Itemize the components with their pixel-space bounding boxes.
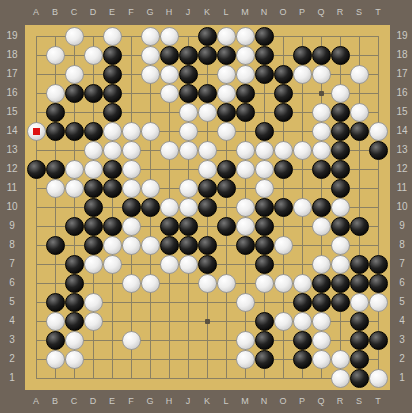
black-stone-L18 [217,46,236,65]
coordinate-label-top-G: G [143,6,157,18]
black-stone-J9 [179,217,198,236]
black-stone-P3 [293,331,312,350]
white-stone-D13 [84,141,103,160]
black-stone-S4 [350,312,369,331]
black-stone-R11 [331,179,350,198]
white-stone-M12 [236,160,255,179]
white-stone-L14 [217,122,236,141]
coordinate-label-right-17: 17 [392,68,412,80]
black-stone-B8 [46,236,65,255]
black-stone-K16 [198,84,217,103]
white-stone-F12 [122,160,141,179]
white-stone-Q9 [312,217,331,236]
coordinate-label-bottom-J: J [181,395,195,407]
white-stone-H13 [160,141,179,160]
black-stone-O15 [274,103,293,122]
black-stone-H8 [160,236,179,255]
black-stone-L9 [217,217,236,236]
coordinate-label-top-T: T [371,6,385,18]
black-stone-A12 [27,160,46,179]
coordinate-label-left-16: 16 [1,87,23,99]
black-stone-R9 [331,217,350,236]
black-stone-S9 [350,217,369,236]
white-stone-M17 [236,65,255,84]
coordinate-label-top-D: D [86,6,100,18]
coordinate-label-bottom-S: S [352,395,366,407]
white-stone-K13 [198,141,217,160]
white-stone-J11 [179,179,198,198]
white-stone-S15 [350,103,369,122]
coordinate-label-left-11: 11 [1,182,23,194]
black-stone-L15 [217,103,236,122]
white-stone-D12 [84,160,103,179]
coordinate-label-bottom-L: L [219,395,233,407]
black-stone-J17 [179,65,198,84]
black-stone-D16 [84,84,103,103]
black-stone-K8 [198,236,217,255]
white-stone-G19 [141,27,160,46]
white-stone-K15 [198,103,217,122]
white-stone-F13 [122,141,141,160]
coordinate-label-bottom-T: T [371,395,385,407]
coordinate-label-bottom-C: C [67,395,81,407]
white-stone-O8 [274,236,293,255]
star-point [205,319,210,324]
coordinate-label-top-K: K [200,6,214,18]
black-stone-L12 [217,160,236,179]
coordinate-label-top-S: S [352,6,366,18]
white-stone-P10 [293,198,312,217]
coordinate-label-top-A: A [29,6,43,18]
black-stone-C9 [65,217,84,236]
white-stone-O13 [274,141,293,160]
white-stone-R2 [331,350,350,369]
white-stone-N11 [255,179,274,198]
coordinate-label-bottom-F: F [124,395,138,407]
black-stone-N10 [255,198,274,217]
white-stone-F9 [122,217,141,236]
black-stone-S3 [350,331,369,350]
white-stone-J15 [179,103,198,122]
coordinate-label-left-13: 13 [1,144,23,156]
black-stone-N19 [255,27,274,46]
coordinate-label-top-F: F [124,6,138,18]
white-stone-R16 [331,84,350,103]
white-stone-J14 [179,122,198,141]
white-stone-L6 [217,274,236,293]
black-stone-N3 [255,331,274,350]
white-stone-H10 [160,198,179,217]
last-move-marker [33,128,40,135]
white-stone-N13 [255,141,274,160]
white-stone-K12 [198,160,217,179]
black-stone-C6 [65,274,84,293]
coordinate-label-top-R: R [333,6,347,18]
coordinate-label-left-9: 9 [1,220,23,232]
white-stone-M9 [236,217,255,236]
white-stone-P13 [293,141,312,160]
black-stone-N18 [255,46,274,65]
black-stone-S7 [350,255,369,274]
white-stone-E8 [103,236,122,255]
black-stone-C4 [65,312,84,331]
coordinate-label-bottom-P: P [295,395,309,407]
white-stone-B18 [46,46,65,65]
white-stone-T14 [369,122,388,141]
black-stone-D11 [84,179,103,198]
coordinate-label-top-Q: Q [314,6,328,18]
white-stone-P4 [293,312,312,331]
black-stone-R14 [331,122,350,141]
black-stone-M15 [236,103,255,122]
white-stone-F8 [122,236,141,255]
black-stone-T7 [369,255,388,274]
black-stone-B3 [46,331,65,350]
white-stone-D4 [84,312,103,331]
white-stone-T1 [369,369,388,388]
white-stone-P17 [293,65,312,84]
black-stone-Q6 [312,274,331,293]
black-stone-S14 [350,122,369,141]
white-stone-M3 [236,331,255,350]
white-stone-C11 [65,179,84,198]
coordinate-label-top-J: J [181,6,195,18]
black-stone-Q5 [312,293,331,312]
white-stone-F6 [122,274,141,293]
white-stone-C17 [65,65,84,84]
white-stone-R1 [331,369,350,388]
white-stone-G14 [141,122,160,141]
white-stone-H7 [160,255,179,274]
white-stone-G18 [141,46,160,65]
white-stone-F11 [122,179,141,198]
coordinate-label-bottom-O: O [276,395,290,407]
coordinate-label-top-P: P [295,6,309,18]
coordinate-label-right-11: 11 [392,182,412,194]
coordinate-label-right-3: 3 [392,334,412,346]
coordinate-label-left-2: 2 [1,353,23,365]
coordinate-label-left-6: 6 [1,277,23,289]
grid-line-vertical [378,36,379,379]
white-stone-K6 [198,274,217,293]
black-stone-Q12 [312,160,331,179]
black-stone-T6 [369,274,388,293]
black-stone-O12 [274,160,293,179]
black-stone-R12 [331,160,350,179]
white-stone-M13 [236,141,255,160]
black-stone-S6 [350,274,369,293]
black-stone-N14 [255,122,274,141]
black-stone-H9 [160,217,179,236]
go-app-window: AABBCCDDEEFFGGHHJJKKLLMMNNOOPPQQRRSSTT19… [0,0,412,413]
coordinate-label-left-14: 14 [1,125,23,137]
white-stone-H17 [160,65,179,84]
white-stone-M2 [236,350,255,369]
coordinate-label-right-2: 2 [392,353,412,365]
white-stone-D7 [84,255,103,274]
black-stone-P2 [293,350,312,369]
white-stone-N6 [255,274,274,293]
black-stone-E12 [103,160,122,179]
coordinate-label-bottom-E: E [105,395,119,407]
black-stone-D9 [84,217,103,236]
coordinate-label-right-7: 7 [392,258,412,270]
black-stone-K11 [198,179,217,198]
white-stone-B2 [46,350,65,369]
coordinate-label-top-O: O [276,6,290,18]
black-stone-N7 [255,255,274,274]
black-stone-B14 [46,122,65,141]
black-stone-N9 [255,217,274,236]
white-stone-R8 [331,236,350,255]
white-stone-Q7 [312,255,331,274]
coordinate-label-right-8: 8 [392,239,412,251]
coordinate-label-left-19: 19 [1,30,23,42]
white-stone-O4 [274,312,293,331]
black-stone-K18 [198,46,217,65]
white-stone-O6 [274,274,293,293]
coordinate-label-right-19: 19 [392,30,412,42]
coordinate-label-left-18: 18 [1,49,23,61]
coordinate-label-left-10: 10 [1,201,23,213]
black-stone-F10 [122,198,141,217]
white-stone-B4 [46,312,65,331]
black-stone-C5 [65,293,84,312]
black-stone-R6 [331,274,350,293]
white-stone-T5 [369,293,388,312]
black-stone-R13 [331,141,350,160]
white-stone-M5 [236,293,255,312]
black-stone-C16 [65,84,84,103]
white-stone-M10 [236,198,255,217]
coordinate-label-right-16: 16 [392,87,412,99]
white-stone-M19 [236,27,255,46]
black-stone-D8 [84,236,103,255]
white-stone-E14 [103,122,122,141]
coordinate-label-right-9: 9 [392,220,412,232]
white-stone-F3 [122,331,141,350]
black-stone-L11 [217,179,236,198]
black-stone-N8 [255,236,274,255]
coordinate-label-left-1: 1 [1,372,23,384]
white-stone-Q3 [312,331,331,350]
coordinate-label-bottom-R: R [333,395,347,407]
coordinate-label-right-14: 14 [392,125,412,137]
coordinate-label-top-L: L [219,6,233,18]
white-stone-B11 [46,179,65,198]
coordinate-label-left-3: 3 [1,334,23,346]
white-stone-L17 [217,65,236,84]
black-stone-N2 [255,350,274,369]
black-stone-O10 [274,198,293,217]
black-stone-D14 [84,122,103,141]
coordinate-label-bottom-H: H [162,395,176,407]
coordinate-label-left-4: 4 [1,315,23,327]
black-stone-E9 [103,217,122,236]
white-stone-D18 [84,46,103,65]
black-stone-K19 [198,27,217,46]
coordinate-label-top-E: E [105,6,119,18]
white-stone-P6 [293,274,312,293]
black-stone-C14 [65,122,84,141]
white-stone-C19 [65,27,84,46]
white-stone-S17 [350,65,369,84]
white-stone-B16 [46,84,65,103]
black-stone-R18 [331,46,350,65]
white-stone-G17 [141,65,160,84]
coordinate-label-bottom-K: K [200,395,214,407]
white-stone-R7 [331,255,350,274]
black-stone-J16 [179,84,198,103]
coordinate-label-left-15: 15 [1,106,23,118]
black-stone-T13 [369,141,388,160]
black-stone-B12 [46,160,65,179]
coordinate-label-bottom-N: N [257,395,271,407]
black-stone-C7 [65,255,84,274]
white-stone-F14 [122,122,141,141]
white-stone-Q14 [312,122,331,141]
coordinate-label-top-M: M [238,6,252,18]
white-stone-E19 [103,27,122,46]
coordinate-label-left-7: 7 [1,258,23,270]
white-stone-H19 [160,27,179,46]
white-stone-L19 [217,27,236,46]
white-stone-Q13 [312,141,331,160]
coordinate-label-right-6: 6 [392,277,412,289]
grid-line-horizontal [36,378,379,379]
black-stone-S2 [350,350,369,369]
star-point [319,91,324,96]
black-stone-B15 [46,103,65,122]
coordinate-label-bottom-A: A [29,395,43,407]
coordinate-label-right-15: 15 [392,106,412,118]
black-stone-D10 [84,198,103,217]
white-stone-J7 [179,255,198,274]
black-stone-P5 [293,293,312,312]
black-stone-K10 [198,198,217,217]
black-stone-G10 [141,198,160,217]
black-stone-J18 [179,46,198,65]
coordinate-label-left-8: 8 [1,239,23,251]
white-stone-Q2 [312,350,331,369]
coordinate-label-right-13: 13 [392,144,412,156]
coordinate-label-top-N: N [257,6,271,18]
coordinate-label-top-H: H [162,6,176,18]
black-stone-R15 [331,103,350,122]
coordinate-label-bottom-Q: Q [314,395,328,407]
black-stone-M16 [236,84,255,103]
black-stone-H18 [160,46,179,65]
white-stone-N12 [255,160,274,179]
coordinate-label-left-17: 17 [1,68,23,80]
black-stone-J8 [179,236,198,255]
coordinate-label-right-5: 5 [392,296,412,308]
coordinate-label-left-12: 12 [1,163,23,175]
coordinate-label-right-4: 4 [392,315,412,327]
coordinate-label-bottom-G: G [143,395,157,407]
black-stone-T3 [369,331,388,350]
black-stone-R5 [331,293,350,312]
coordinate-label-bottom-D: D [86,395,100,407]
coordinate-label-right-10: 10 [392,201,412,213]
black-stone-B5 [46,293,65,312]
coordinate-label-top-B: B [48,6,62,18]
white-stone-L16 [217,84,236,103]
black-stone-E17 [103,65,122,84]
black-stone-O16 [274,84,293,103]
white-stone-C3 [65,331,84,350]
white-stone-E13 [103,141,122,160]
white-stone-G6 [141,274,160,293]
white-stone-Q15 [312,103,331,122]
go-board[interactable] [25,25,390,390]
black-stone-Q10 [312,198,331,217]
black-stone-S1 [350,369,369,388]
white-stone-J10 [179,198,198,217]
white-stone-S5 [350,293,369,312]
coordinate-label-right-12: 12 [392,163,412,175]
black-stone-Q18 [312,46,331,65]
coordinate-label-bottom-M: M [238,395,252,407]
white-stone-H16 [160,84,179,103]
coordinate-label-right-1: 1 [392,372,412,384]
black-stone-E18 [103,46,122,65]
white-stone-M18 [236,46,255,65]
black-stone-O17 [274,65,293,84]
white-stone-C2 [65,350,84,369]
black-stone-E15 [103,103,122,122]
black-stone-N4 [255,312,274,331]
black-stone-P18 [293,46,312,65]
black-stone-M8 [236,236,255,255]
coordinate-label-bottom-B: B [48,395,62,407]
white-stone-D5 [84,293,103,312]
black-stone-E11 [103,179,122,198]
white-stone-G8 [141,236,160,255]
white-stone-Q17 [312,65,331,84]
black-stone-N17 [255,65,274,84]
coordinate-label-right-18: 18 [392,49,412,61]
coordinate-label-left-5: 5 [1,296,23,308]
white-stone-C12 [65,160,84,179]
white-stone-Q4 [312,312,331,331]
white-stone-G11 [141,179,160,198]
white-stone-R10 [331,198,350,217]
white-stone-E7 [103,255,122,274]
coordinate-label-top-C: C [67,6,81,18]
white-stone-J13 [179,141,198,160]
black-stone-K7 [198,255,217,274]
black-stone-E16 [103,84,122,103]
